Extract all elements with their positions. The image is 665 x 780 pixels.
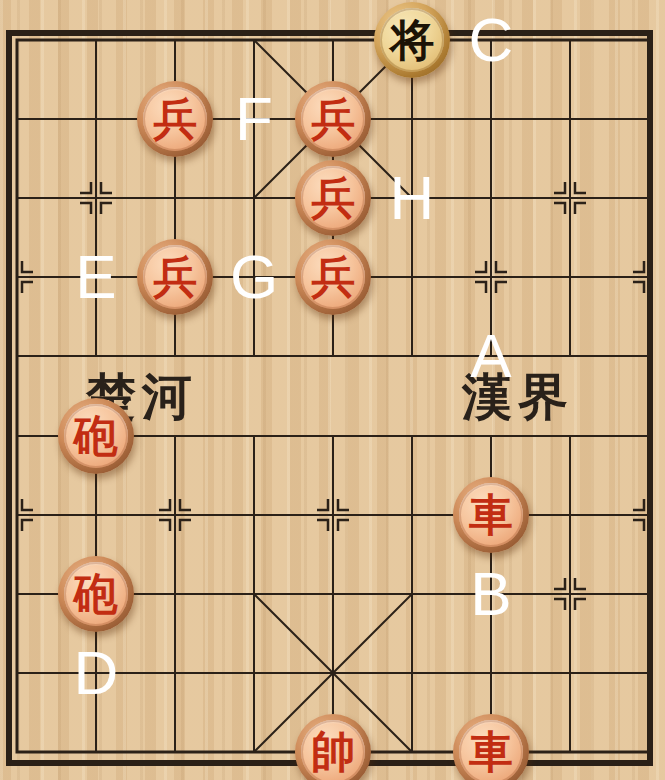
piece-red-soldier[interactable]: 兵	[295, 160, 371, 236]
piece-face: 兵	[301, 245, 365, 309]
piece-red-general[interactable]: 帥	[295, 714, 371, 780]
piece-face: 車	[459, 720, 523, 780]
piece-red-chariot[interactable]: 車	[453, 714, 529, 780]
piece-glyph: 帥	[311, 730, 355, 774]
piece-glyph: 砲	[74, 572, 118, 616]
piece-red-cannon[interactable]: 砲	[58, 398, 134, 474]
point-label-C[interactable]: C	[469, 9, 514, 71]
piece-red-soldier[interactable]: 兵	[137, 239, 213, 315]
point-label-A[interactable]: A	[470, 325, 511, 387]
piece-face: 兵	[301, 166, 365, 230]
piece-face: 兵	[301, 87, 365, 151]
point-label-E[interactable]: E	[75, 246, 116, 308]
xiangqi-board[interactable]: 楚河 漢界 将兵兵兵兵兵砲車砲帥車 ABCDEFGH	[0, 0, 665, 780]
piece-black-general[interactable]: 将	[374, 2, 450, 78]
piece-face: 将	[380, 8, 444, 72]
piece-red-chariot[interactable]: 車	[453, 477, 529, 553]
piece-face: 車	[459, 483, 523, 547]
piece-red-soldier[interactable]: 兵	[137, 81, 213, 157]
piece-glyph: 兵	[311, 97, 355, 141]
piece-red-soldier[interactable]: 兵	[295, 81, 371, 157]
point-label-F[interactable]: F	[235, 88, 273, 150]
piece-glyph: 車	[469, 730, 513, 774]
piece-face: 兵	[143, 87, 207, 151]
point-label-H[interactable]: H	[390, 167, 435, 229]
piece-glyph: 兵	[311, 176, 355, 220]
piece-red-soldier[interactable]: 兵	[295, 239, 371, 315]
piece-glyph: 兵	[153, 255, 197, 299]
piece-red-cannon[interactable]: 砲	[58, 556, 134, 632]
piece-glyph: 兵	[153, 97, 197, 141]
piece-glyph: 砲	[74, 414, 118, 458]
point-label-D[interactable]: D	[74, 642, 119, 704]
piece-glyph: 将	[390, 18, 434, 62]
piece-face: 砲	[64, 562, 128, 626]
piece-glyph: 車	[469, 493, 513, 537]
point-label-B[interactable]: B	[470, 563, 511, 625]
piece-face: 砲	[64, 404, 128, 468]
point-label-G[interactable]: G	[230, 246, 278, 308]
piece-face: 兵	[143, 245, 207, 309]
piece-glyph: 兵	[311, 255, 355, 299]
piece-face: 帥	[301, 720, 365, 780]
